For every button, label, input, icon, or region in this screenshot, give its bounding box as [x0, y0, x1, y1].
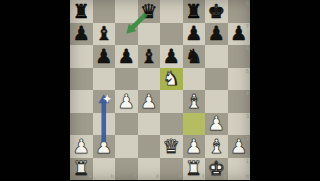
piece-white-pawn-h2[interactable]: ♟ — [230, 136, 247, 156]
square-h5[interactable]: 5 — [228, 68, 251, 91]
letterbox-left — [0, 0, 70, 180]
square-c3[interactable] — [115, 113, 138, 136]
piece-black-pawn-h7[interactable]: ♟ — [230, 24, 247, 44]
square-c5[interactable] — [115, 68, 138, 91]
square-g7[interactable]: ♟ — [205, 23, 228, 46]
square-h8[interactable]: 8 — [228, 0, 251, 23]
square-e2[interactable]: ♛ — [160, 135, 183, 158]
rank-label-4: 4 — [246, 91, 249, 96]
piece-black-king-g8[interactable]: ♚ — [208, 1, 225, 21]
rank-label-6: 6 — [246, 46, 249, 51]
square-f4[interactable]: ♝ — [183, 90, 206, 113]
video-frame: ♜♛♜♚8♟♝♟♟7♟♟♟♝♟♞6♞5♟♟♝4♟3♟♟♛♟♝2♟a♜bcdef♜… — [0, 0, 320, 180]
square-d5[interactable] — [138, 68, 161, 91]
square-f6[interactable]: ♞ — [183, 45, 206, 68]
piece-black-bishop-b7[interactable]: ♝ — [95, 24, 112, 44]
square-a4[interactable] — [70, 90, 93, 113]
square-d6[interactable]: ♝ — [138, 45, 161, 68]
piece-black-knight-f6[interactable]: ♞ — [185, 46, 202, 66]
square-f1[interactable]: f♜ — [183, 158, 206, 181]
piece-black-pawn-a7[interactable]: ♟ — [73, 24, 90, 44]
square-e1[interactable]: e — [160, 158, 183, 181]
square-e4[interactable] — [160, 90, 183, 113]
rank-label-5: 5 — [246, 69, 249, 74]
square-c4[interactable]: ♟ — [115, 90, 138, 113]
piece-white-pawn-b2[interactable]: ♟ — [95, 136, 112, 156]
square-b8[interactable] — [93, 0, 116, 23]
square-f8[interactable]: ♜ — [183, 0, 206, 23]
square-c8[interactable] — [115, 0, 138, 23]
square-a5[interactable] — [70, 68, 93, 91]
square-h1[interactable]: 1h — [228, 158, 251, 181]
piece-black-pawn-e6[interactable]: ♟ — [163, 46, 180, 66]
square-f2[interactable]: ♟ — [183, 135, 206, 158]
square-g3[interactable]: ♟ — [205, 113, 228, 136]
piece-white-knight-e5[interactable]: ♞ — [163, 69, 180, 89]
square-g8[interactable]: ♚ — [205, 0, 228, 23]
square-a6[interactable] — [70, 45, 93, 68]
file-label-h: h — [246, 174, 249, 179]
piece-black-rook-a8[interactable]: ♜ — [73, 1, 90, 21]
piece-white-pawn-a2[interactable]: ♟ — [73, 136, 90, 156]
square-g5[interactable] — [205, 68, 228, 91]
square-f5[interactable] — [183, 68, 206, 91]
piece-black-bishop-d6[interactable]: ♝ — [140, 46, 157, 66]
piece-white-bishop-f4[interactable]: ♝ — [185, 91, 202, 111]
square-h6[interactable]: 6 — [228, 45, 251, 68]
square-b1[interactable]: b — [93, 158, 116, 181]
file-label-f: f — [202, 174, 204, 179]
square-d8[interactable]: ♛ — [138, 0, 161, 23]
file-label-e: e — [178, 174, 181, 179]
square-b4[interactable] — [93, 90, 116, 113]
square-b5[interactable] — [93, 68, 116, 91]
piece-black-rook-f8[interactable]: ♜ — [185, 1, 202, 21]
square-d2[interactable] — [138, 135, 161, 158]
file-label-c: c — [134, 174, 137, 179]
square-d1[interactable]: d — [138, 158, 161, 181]
square-d7[interactable] — [138, 23, 161, 46]
file-label-d: d — [156, 174, 159, 179]
square-c7[interactable] — [115, 23, 138, 46]
piece-white-pawn-d4[interactable]: ♟ — [140, 91, 157, 111]
rank-label-8: 8 — [246, 1, 249, 6]
piece-white-rook-a1[interactable]: ♜ — [73, 159, 90, 179]
square-b7[interactable]: ♝ — [93, 23, 116, 46]
square-c1[interactable]: c — [115, 158, 138, 181]
square-b2[interactable]: ♟ — [93, 135, 116, 158]
square-g1[interactable]: g♚ — [205, 158, 228, 181]
square-e8[interactable] — [160, 0, 183, 23]
piece-black-pawn-c6[interactable]: ♟ — [118, 46, 135, 66]
square-f3[interactable] — [183, 113, 206, 136]
square-f7[interactable]: ♟ — [183, 23, 206, 46]
piece-white-bishop-g2[interactable]: ♝ — [208, 136, 225, 156]
piece-black-pawn-f7[interactable]: ♟ — [185, 24, 202, 44]
square-g4[interactable] — [205, 90, 228, 113]
square-b3[interactable] — [93, 113, 116, 136]
piece-black-pawn-b6[interactable]: ♟ — [95, 46, 112, 66]
square-h7[interactable]: 7♟ — [228, 23, 251, 46]
square-h4[interactable]: 4 — [228, 90, 251, 113]
square-e7[interactable] — [160, 23, 183, 46]
square-e6[interactable]: ♟ — [160, 45, 183, 68]
square-c6[interactable]: ♟ — [115, 45, 138, 68]
square-a7[interactable]: ♟ — [70, 23, 93, 46]
piece-white-pawn-g3[interactable]: ♟ — [208, 114, 225, 134]
piece-white-rook-f1[interactable]: ♜ — [185, 159, 202, 179]
square-a1[interactable]: a♜ — [70, 158, 93, 181]
square-d3[interactable] — [138, 113, 161, 136]
square-a2[interactable]: ♟ — [70, 135, 93, 158]
piece-black-queen-d8[interactable]: ♛ — [140, 1, 157, 21]
square-h2[interactable]: 2♟ — [228, 135, 251, 158]
rank-label-3: 3 — [246, 114, 249, 119]
square-a8[interactable]: ♜ — [70, 0, 93, 23]
piece-white-queen-e2[interactable]: ♛ — [163, 136, 180, 156]
square-g2[interactable]: ♝ — [205, 135, 228, 158]
square-g6[interactable] — [205, 45, 228, 68]
rank-label-1: 1 — [246, 159, 249, 164]
square-a3[interactable] — [70, 113, 93, 136]
square-e5[interactable]: ♞ — [160, 68, 183, 91]
square-d4[interactable]: ♟ — [138, 90, 161, 113]
square-h3[interactable]: 3 — [228, 113, 251, 136]
piece-white-king-g1[interactable]: ♚ — [208, 159, 225, 179]
square-b6[interactable]: ♟ — [93, 45, 116, 68]
chess-board[interactable]: ♜♛♜♚8♟♝♟♟7♟♟♟♝♟♞6♞5♟♟♝4♟3♟♟♛♟♝2♟a♜bcdef♜… — [70, 0, 250, 180]
square-c2[interactable] — [115, 135, 138, 158]
letterbox-right — [250, 0, 320, 180]
piece-white-pawn-f2[interactable]: ♟ — [185, 136, 202, 156]
square-e3[interactable] — [160, 113, 183, 136]
piece-black-pawn-g7[interactable]: ♟ — [208, 24, 225, 44]
file-label-b: b — [111, 174, 114, 179]
piece-white-pawn-c4[interactable]: ♟ — [118, 91, 135, 111]
